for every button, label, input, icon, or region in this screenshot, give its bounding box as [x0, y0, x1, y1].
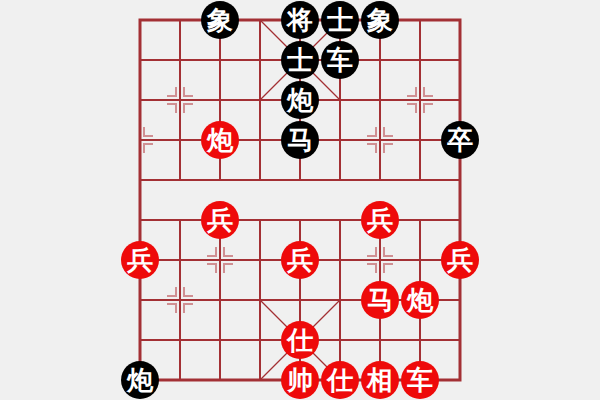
piece-red-soldier[interactable]: 兵: [201, 201, 239, 239]
piece-red-elephant[interactable]: 相: [361, 361, 399, 399]
piece-black-general[interactable]: 将: [281, 1, 319, 39]
piece-red-chariot[interactable]: 车: [401, 361, 439, 399]
piece-red-advisor[interactable]: 仕: [281, 321, 319, 359]
piece-black-horse[interactable]: 马: [281, 121, 319, 159]
piece-red-horse[interactable]: 马: [361, 281, 399, 319]
piece-red-soldier[interactable]: 兵: [121, 241, 159, 279]
piece-black-chariot[interactable]: 车: [321, 41, 359, 79]
piece-black-elephant[interactable]: 象: [361, 1, 399, 39]
xiangqi-board: 象将士象士车炮炮马卒兵兵兵兵兵马炮仕炮帅仕相车: [0, 0, 600, 400]
piece-black-cannon[interactable]: 炮: [121, 361, 159, 399]
piece-red-cannon[interactable]: 炮: [201, 121, 239, 159]
piece-layer: 象将士象士车炮炮马卒兵兵兵兵兵马炮仕炮帅仕相车: [120, 0, 480, 400]
piece-black-advisor[interactable]: 士: [281, 41, 319, 79]
piece-red-advisor[interactable]: 仕: [321, 361, 359, 399]
piece-red-soldier[interactable]: 兵: [441, 241, 479, 279]
piece-black-advisor[interactable]: 士: [321, 1, 359, 39]
piece-red-soldier[interactable]: 兵: [361, 201, 399, 239]
piece-red-soldier[interactable]: 兵: [281, 241, 319, 279]
piece-black-cannon[interactable]: 炮: [281, 81, 319, 119]
piece-red-general[interactable]: 帅: [281, 361, 319, 399]
piece-black-soldier[interactable]: 卒: [441, 121, 479, 159]
piece-black-elephant[interactable]: 象: [201, 1, 239, 39]
piece-red-cannon[interactable]: 炮: [401, 281, 439, 319]
